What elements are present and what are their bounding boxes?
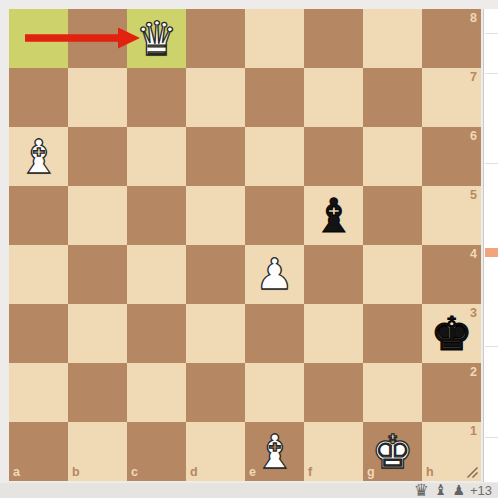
square-b7[interactable] xyxy=(68,68,127,127)
square-c7[interactable] xyxy=(127,68,186,127)
square-h3[interactable]: 3♚ xyxy=(422,304,481,363)
square-f6[interactable] xyxy=(304,127,363,186)
material-advantage: +13 xyxy=(470,483,492,498)
captured-queen-icon: ♛ xyxy=(414,483,429,498)
square-a8[interactable] xyxy=(9,9,68,68)
square-f2[interactable] xyxy=(304,363,363,422)
square-c4[interactable] xyxy=(127,245,186,304)
square-c3[interactable] xyxy=(127,304,186,363)
square-a2[interactable] xyxy=(9,363,68,422)
square-b6[interactable] xyxy=(68,127,127,186)
file-label-b: b xyxy=(72,466,80,479)
file-label-c: c xyxy=(131,466,138,479)
rank-label-4: 4 xyxy=(470,248,477,261)
white-king-piece[interactable]: ♚ xyxy=(363,422,422,481)
move-row-divider xyxy=(485,33,498,34)
square-b5[interactable] xyxy=(68,186,127,245)
square-e5[interactable] xyxy=(245,186,304,245)
rank-label-2: 2 xyxy=(470,366,477,379)
square-g3[interactable] xyxy=(363,304,422,363)
square-b4[interactable] xyxy=(68,245,127,304)
square-f5[interactable]: ♝ xyxy=(304,186,363,245)
move-row-divider xyxy=(485,437,498,438)
square-h8[interactable]: 8 xyxy=(422,9,481,68)
black-bishop-piece[interactable]: ♝ xyxy=(304,186,363,245)
square-d4[interactable] xyxy=(186,245,245,304)
square-e3[interactable] xyxy=(245,304,304,363)
square-h4[interactable]: 4 xyxy=(422,245,481,304)
square-f8[interactable] xyxy=(304,9,363,68)
square-a1[interactable]: a xyxy=(9,422,68,481)
square-e1[interactable]: e♝ xyxy=(245,422,304,481)
square-f3[interactable] xyxy=(304,304,363,363)
square-b3[interactable] xyxy=(68,304,127,363)
square-c8[interactable]: ♛ xyxy=(127,9,186,68)
white-queen-piece[interactable]: ♛ xyxy=(127,9,186,68)
square-g8[interactable] xyxy=(363,9,422,68)
move-row-divider xyxy=(485,163,498,164)
square-g4[interactable] xyxy=(363,245,422,304)
move-row-divider xyxy=(485,346,498,347)
active-move-row xyxy=(485,248,498,257)
white-pawn-piece[interactable]: ♟ xyxy=(245,245,304,304)
square-a5[interactable] xyxy=(9,186,68,245)
rank-label-6: 6 xyxy=(470,130,477,143)
white-bishop-piece[interactable]: ♝ xyxy=(9,127,68,186)
square-g2[interactable] xyxy=(363,363,422,422)
square-e7[interactable] xyxy=(245,68,304,127)
square-c5[interactable] xyxy=(127,186,186,245)
square-d3[interactable] xyxy=(186,304,245,363)
file-label-h: h xyxy=(426,466,434,479)
square-e6[interactable] xyxy=(245,127,304,186)
square-d2[interactable] xyxy=(186,363,245,422)
square-b1[interactable]: b xyxy=(68,422,127,481)
square-d7[interactable] xyxy=(186,68,245,127)
square-d6[interactable] xyxy=(186,127,245,186)
square-d5[interactable] xyxy=(186,186,245,245)
square-e4[interactable]: ♟ xyxy=(245,245,304,304)
move-list-panel-edge xyxy=(483,9,498,482)
square-g1[interactable]: g♚ xyxy=(363,422,422,481)
square-g5[interactable] xyxy=(363,186,422,245)
square-c2[interactable] xyxy=(127,363,186,422)
square-g6[interactable] xyxy=(363,127,422,186)
material-bar: ♛ ♝ ♟ +13 xyxy=(0,483,498,498)
square-c1[interactable]: c xyxy=(127,422,186,481)
square-e8[interactable] xyxy=(245,9,304,68)
captured-pieces-group: ♛ ♝ ♟ +13 xyxy=(414,483,492,498)
square-f4[interactable] xyxy=(304,245,363,304)
white-bishop-piece[interactable]: ♝ xyxy=(245,422,304,481)
captured-pawn-icon: ♟ xyxy=(452,483,465,498)
rank-label-8: 8 xyxy=(470,12,477,25)
square-e2[interactable] xyxy=(245,363,304,422)
board-resize-handle-icon[interactable] xyxy=(466,466,479,479)
file-label-d: d xyxy=(190,466,198,479)
file-label-f: f xyxy=(308,466,312,479)
square-h6[interactable]: 6 xyxy=(422,127,481,186)
square-g7[interactable] xyxy=(363,68,422,127)
rank-label-1: 1 xyxy=(470,425,477,438)
square-b2[interactable] xyxy=(68,363,127,422)
file-label-a: a xyxy=(13,466,20,479)
black-king-piece[interactable]: ♚ xyxy=(422,304,481,363)
page: { "game": "chess", "position": { "fen": … xyxy=(0,0,498,498)
square-b8[interactable] xyxy=(68,9,127,68)
square-a3[interactable] xyxy=(9,304,68,363)
chess-board[interactable]: ♛87♝6♝5♟43♚2abcde♝fg♚1h xyxy=(9,9,481,481)
square-a6[interactable]: ♝ xyxy=(9,127,68,186)
square-a7[interactable] xyxy=(9,68,68,127)
square-h2[interactable]: 2 xyxy=(422,363,481,422)
square-a4[interactable] xyxy=(9,245,68,304)
square-d1[interactable]: d xyxy=(186,422,245,481)
square-f1[interactable]: f xyxy=(304,422,363,481)
square-f7[interactable] xyxy=(304,68,363,127)
square-c6[interactable] xyxy=(127,127,186,186)
square-h7[interactable]: 7 xyxy=(422,68,481,127)
rank-label-7: 7 xyxy=(470,71,477,84)
captured-bishop-icon: ♝ xyxy=(434,483,447,498)
move-row-divider xyxy=(485,73,498,74)
square-h5[interactable]: 5 xyxy=(422,186,481,245)
rank-label-5: 5 xyxy=(470,189,477,202)
square-d8[interactable] xyxy=(186,9,245,68)
